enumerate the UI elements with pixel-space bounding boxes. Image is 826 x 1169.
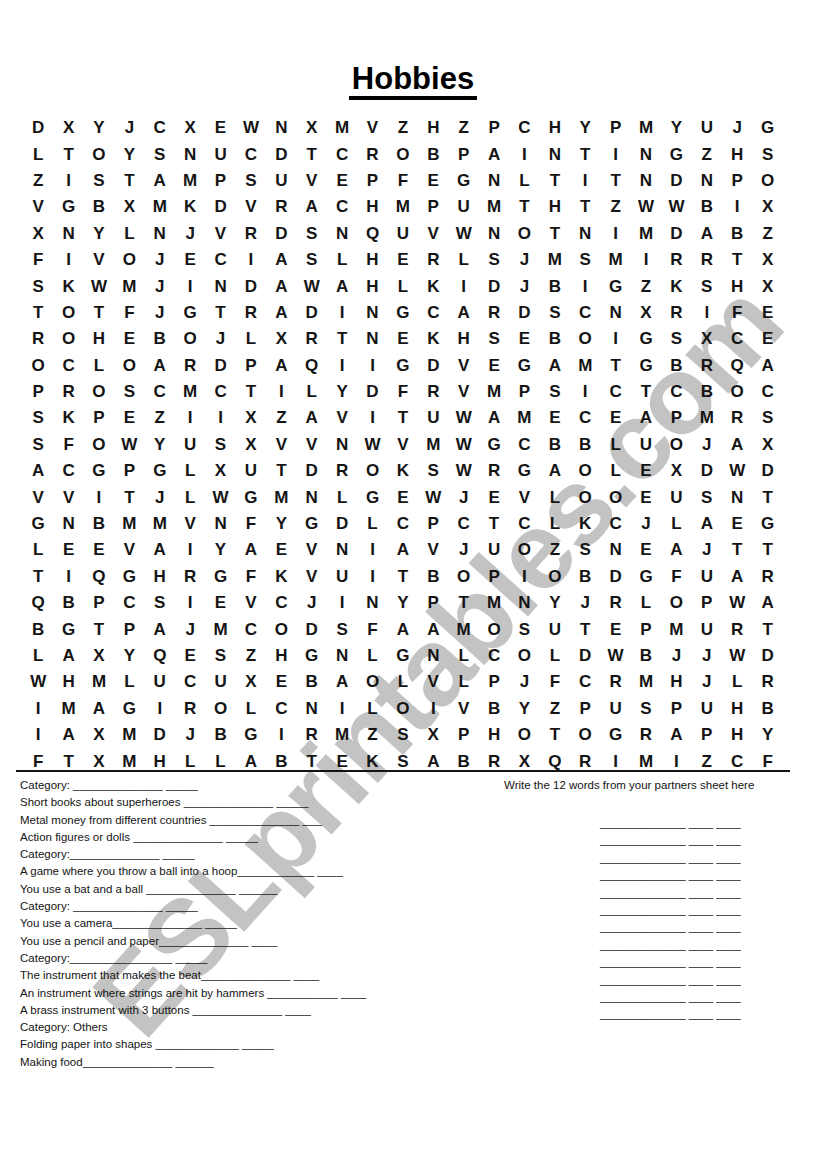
grid-cell: Z	[266, 405, 296, 431]
grid-cell: B	[145, 326, 175, 352]
grid-cell: M	[175, 379, 205, 405]
grid-cell: A	[53, 722, 83, 748]
grid-cell: E	[175, 643, 205, 669]
grid-cell: O	[570, 458, 600, 484]
grid-cell: A	[752, 353, 782, 379]
grid-cell: M	[509, 405, 539, 431]
grid-cell: E	[388, 247, 418, 273]
grid-cell: W	[448, 458, 478, 484]
grid-cell: J	[722, 115, 752, 141]
page-title: Hobbies	[349, 62, 477, 100]
grid-cell: G	[509, 353, 539, 379]
grid-cell: M	[631, 221, 661, 247]
grid-cell: R	[631, 722, 661, 748]
grid-cell: T	[570, 616, 600, 642]
grid-cell: C	[418, 300, 448, 326]
grid-cell: I	[418, 696, 448, 722]
grid-cell: L	[540, 484, 570, 510]
grid-cell: I	[600, 326, 630, 352]
grid-cell: A	[692, 221, 722, 247]
grid-cell: I	[722, 194, 752, 220]
grid-cell: Z	[631, 273, 661, 299]
grid-cell: J	[692, 432, 722, 458]
grid-cell: L	[388, 273, 418, 299]
grid-cell: Z	[752, 221, 782, 247]
grid-cell: Q	[722, 353, 752, 379]
grid-cell: C	[661, 379, 691, 405]
grid-cell: H	[357, 247, 387, 273]
grid-cell: O	[570, 484, 600, 510]
grid-cell: I	[357, 564, 387, 590]
grid-cell: S	[692, 484, 722, 510]
grid-cell: N	[266, 115, 296, 141]
grid-cell: I	[145, 696, 175, 722]
grid-cell: E	[509, 326, 539, 352]
grid-cell: I	[357, 537, 387, 563]
grid-cell: M	[145, 511, 175, 537]
clue-line: Folding paper into shapes _____________ …	[20, 1036, 366, 1053]
grid-cell: T	[540, 722, 570, 748]
grid-cell: G	[509, 458, 539, 484]
grid-cell: C	[236, 616, 266, 642]
grid-cell: L	[236, 326, 266, 352]
grid-cell: G	[297, 511, 327, 537]
grid-cell: P	[661, 696, 691, 722]
grid-cell: G	[114, 564, 144, 590]
grid-cell: V	[23, 194, 53, 220]
grid-cell: X	[692, 326, 722, 352]
grid-cell: I	[327, 696, 357, 722]
grid-cell: X	[752, 432, 782, 458]
grid-cell: L	[23, 643, 53, 669]
grid-cell: R	[722, 405, 752, 431]
grid-cell: G	[388, 353, 418, 379]
grid-cell: M	[327, 115, 357, 141]
grid-cell: X	[84, 722, 114, 748]
clue-line: A brass instrument with 3 buttons ______…	[20, 1002, 366, 1019]
grid-cell: Z	[448, 115, 478, 141]
grid-cell: S	[297, 221, 327, 247]
grid-cell: D	[570, 643, 600, 669]
grid-cell: G	[448, 168, 478, 194]
answer-blank-line: ______________ ____ ____	[600, 850, 741, 867]
grid-cell: B	[661, 353, 691, 379]
grid-cell: C	[266, 590, 296, 616]
grid-cell: H	[53, 669, 83, 695]
grid-cell: P	[236, 353, 266, 379]
grid-cell: M	[570, 353, 600, 379]
grid-cell: E	[600, 405, 630, 431]
grid-cell: V	[175, 511, 205, 537]
grid-cell: N	[540, 141, 570, 167]
grid-cell: K	[53, 405, 83, 431]
grid-cell: O	[53, 326, 83, 352]
grid-cell: B	[540, 432, 570, 458]
grid-cell: W	[631, 194, 661, 220]
grid-cell: Z	[145, 405, 175, 431]
grid-cell: N	[692, 168, 722, 194]
grid-cell: N	[145, 221, 175, 247]
grid-cell: Y	[540, 590, 570, 616]
grid-cell: S	[388, 722, 418, 748]
grid-cell: B	[418, 141, 448, 167]
grid-cell: E	[266, 537, 296, 563]
grid-cell: O	[388, 696, 418, 722]
grid-cell: M	[84, 669, 114, 695]
grid-cell: O	[448, 564, 478, 590]
grid-cell: I	[236, 247, 266, 273]
grid-cell: F	[388, 168, 418, 194]
grid-cell: X	[752, 273, 782, 299]
grid-cell: N	[297, 696, 327, 722]
grid-cell: S	[479, 326, 509, 352]
grid-cell: N	[327, 537, 357, 563]
grid-cell: U	[418, 405, 448, 431]
grid-cell: V	[357, 115, 387, 141]
grid-cell: F	[236, 564, 266, 590]
grid-cell: X	[418, 722, 448, 748]
grid-cell: I	[600, 141, 630, 167]
grid-cell: O	[752, 168, 782, 194]
grid-cell: I	[23, 722, 53, 748]
grid-cell: M	[145, 194, 175, 220]
grid-cell: P	[448, 722, 478, 748]
grid-cell: D	[509, 300, 539, 326]
grid-cell: P	[479, 564, 509, 590]
grid-cell: M	[418, 432, 448, 458]
grid-cell: I	[175, 590, 205, 616]
grid-cell: O	[722, 379, 752, 405]
grid-cell: M	[479, 194, 509, 220]
grid-cell: N	[357, 300, 387, 326]
grid-cell: R	[53, 379, 83, 405]
grid-cell: T	[114, 168, 144, 194]
grid-cell: T	[84, 300, 114, 326]
grid-cell: E	[418, 168, 448, 194]
grid-cell: B	[84, 511, 114, 537]
grid-cell: R	[479, 300, 509, 326]
grid-cell: J	[205, 326, 235, 352]
grid-cell: N	[631, 141, 661, 167]
grid-cell: D	[661, 221, 691, 247]
grid-cell: U	[631, 432, 661, 458]
grid-cell: T	[23, 300, 53, 326]
grid-cell: R	[722, 616, 752, 642]
grid-cell: N	[479, 221, 509, 247]
grid-cell: L	[509, 168, 539, 194]
grid-cell: U	[692, 696, 722, 722]
grid-cell: D	[479, 273, 509, 299]
grid-cell: F	[661, 564, 691, 590]
grid-cell: A	[752, 590, 782, 616]
grid-cell: X	[205, 458, 235, 484]
grid-cell: D	[205, 194, 235, 220]
grid-cell: L	[600, 458, 630, 484]
grid-cell: X	[23, 221, 53, 247]
grid-cell: W	[114, 432, 144, 458]
grid-cell: U	[145, 669, 175, 695]
grid-cell: P	[84, 590, 114, 616]
grid-cell: G	[114, 696, 144, 722]
grid-cell: G	[236, 722, 266, 748]
grid-cell: H	[540, 194, 570, 220]
grid-cell: E	[479, 484, 509, 510]
grid-cell: V	[297, 537, 327, 563]
grid-cell: V	[418, 669, 448, 695]
grid-cell: L	[327, 247, 357, 273]
grid-cell: M	[266, 484, 296, 510]
grid-cell: Y	[114, 141, 144, 167]
clue-line: Category: ______________ _____	[20, 777, 366, 794]
grid-cell: U	[388, 221, 418, 247]
grid-cell: R	[175, 696, 205, 722]
grid-cell: X	[53, 115, 83, 141]
grid-cell: N	[357, 326, 387, 352]
grid-cell: Y	[661, 115, 691, 141]
grid-cell: P	[23, 379, 53, 405]
grid-cell: I	[327, 353, 357, 379]
grid-cell: A	[53, 643, 83, 669]
grid-cell: E	[205, 115, 235, 141]
grid-cell: G	[600, 722, 630, 748]
grid-cell: U	[600, 696, 630, 722]
grid-cell: S	[631, 696, 661, 722]
grid-cell: I	[631, 247, 661, 273]
grid-cell: T	[236, 379, 266, 405]
clue-line: A game where you throw a ball into a hoo…	[20, 863, 366, 880]
grid-cell: B	[205, 722, 235, 748]
answer-blank-line: ______________ ____ ____	[600, 885, 741, 902]
grid-cell: C	[388, 511, 418, 537]
grid-cell: A	[145, 353, 175, 379]
grid-cell: W	[600, 643, 630, 669]
grid-cell: J	[114, 115, 144, 141]
grid-cell: Q	[84, 564, 114, 590]
grid-cell: P	[479, 115, 509, 141]
grid-cell: L	[23, 141, 53, 167]
grid-cell: P	[114, 616, 144, 642]
grid-cell: S	[114, 379, 144, 405]
grid-cell: G	[205, 564, 235, 590]
grid-cell: K	[570, 511, 600, 537]
grid-cell: H	[418, 115, 448, 141]
grid-cell: J	[448, 537, 478, 563]
grid-cell: C	[722, 326, 752, 352]
grid-cell: K	[53, 273, 83, 299]
grid-cell: F	[236, 511, 266, 537]
grid-cell: U	[266, 168, 296, 194]
grid-cell: A	[297, 405, 327, 431]
grid-cell: D	[297, 458, 327, 484]
grid-cell: O	[509, 537, 539, 563]
grid-cell: B	[84, 194, 114, 220]
grid-cell: E	[752, 300, 782, 326]
grid-cell: D	[145, 722, 175, 748]
grid-cell: L	[114, 221, 144, 247]
grid-cell: A	[145, 168, 175, 194]
grid-cell: S	[84, 168, 114, 194]
grid-cell: M	[631, 669, 661, 695]
grid-cell: Z	[236, 643, 266, 669]
grid-cell: D	[752, 643, 782, 669]
grid-cell: R	[266, 194, 296, 220]
grid-cell: N	[53, 221, 83, 247]
grid-cell: N	[327, 221, 357, 247]
grid-cell: N	[297, 484, 327, 510]
grid-cell: G	[388, 300, 418, 326]
grid-cell: C	[509, 511, 539, 537]
grid-cell: H	[661, 669, 691, 695]
grid-cell: T	[600, 353, 630, 379]
grid-cell: X	[84, 643, 114, 669]
grid-cell: D	[600, 564, 630, 590]
grid-cell: X	[114, 194, 144, 220]
grid-cell: R	[661, 247, 691, 273]
grid-cell: E	[479, 353, 509, 379]
answer-blank-line: ______________ ____ ____	[600, 1006, 741, 1023]
grid-cell: D	[266, 141, 296, 167]
grid-cell: A	[479, 141, 509, 167]
word-search-grid: DXYJCXEWNXMVZHZPCHYPMYUJGLTOYSNUCDTCROBP…	[23, 115, 783, 775]
grid-cell: B	[570, 432, 600, 458]
answer-blank-line: ______________ ____ ____	[600, 989, 741, 1006]
grid-cell: S	[509, 616, 539, 642]
grid-cell: B	[53, 590, 83, 616]
grid-cell: V	[388, 432, 418, 458]
grid-cell: C	[509, 115, 539, 141]
grid-cell: M	[175, 168, 205, 194]
grid-cell: J	[570, 590, 600, 616]
grid-cell: C	[570, 669, 600, 695]
grid-cell: R	[175, 564, 205, 590]
grid-cell: R	[297, 722, 327, 748]
grid-cell: X	[661, 458, 691, 484]
grid-cell: Q	[297, 353, 327, 379]
grid-cell: R	[752, 564, 782, 590]
grid-cell: A	[722, 564, 752, 590]
grid-cell: N	[600, 300, 630, 326]
grid-cell: O	[84, 141, 114, 167]
grid-cell: H	[357, 273, 387, 299]
grid-cell: E	[84, 537, 114, 563]
grid-cell: Y	[327, 379, 357, 405]
grid-cell: Q	[357, 221, 387, 247]
grid-cell: R	[600, 590, 630, 616]
grid-cell: V	[297, 564, 327, 590]
grid-cell: M	[114, 273, 144, 299]
grid-cell: O	[479, 616, 509, 642]
grid-cell: S	[752, 141, 782, 167]
clue-line: Category: ______________ _____	[20, 898, 366, 915]
grid-cell: B	[540, 326, 570, 352]
grid-cell: T	[722, 537, 752, 563]
grid-cell: R	[23, 326, 53, 352]
grid-cell: J	[692, 669, 722, 695]
grid-cell: F	[388, 379, 418, 405]
grid-cell: L	[357, 696, 387, 722]
grid-cell: D	[357, 379, 387, 405]
grid-cell: I	[175, 405, 205, 431]
grid-cell: V	[418, 221, 448, 247]
grid-cell: Y	[266, 511, 296, 537]
grid-cell: P	[722, 168, 752, 194]
grid-cell: I	[509, 141, 539, 167]
grid-cell: R	[692, 353, 722, 379]
grid-cell: G	[388, 643, 418, 669]
grid-cell: Z	[600, 194, 630, 220]
grid-cell: U	[448, 194, 478, 220]
grid-cell: H	[479, 722, 509, 748]
grid-cell: Z	[357, 722, 387, 748]
grid-cell: E	[114, 326, 144, 352]
grid-cell: O	[661, 432, 691, 458]
grid-cell: W	[448, 405, 478, 431]
grid-cell: I	[53, 168, 83, 194]
grid-cell: Y	[509, 696, 539, 722]
grid-cell: J	[448, 484, 478, 510]
grid-cell: I	[327, 300, 357, 326]
grid-cell: Y	[84, 115, 114, 141]
grid-cell: T	[540, 168, 570, 194]
grid-cell: D	[297, 616, 327, 642]
grid-cell: J	[145, 247, 175, 273]
grid-cell: S	[570, 537, 600, 563]
grid-cell: F	[722, 300, 752, 326]
grid-cell: H	[722, 722, 752, 748]
grid-cell: K	[175, 194, 205, 220]
grid-cell: T	[509, 194, 539, 220]
grid-cell: L	[388, 669, 418, 695]
grid-cell: O	[114, 247, 144, 273]
grid-cell: T	[114, 484, 144, 510]
grid-cell: U	[236, 458, 266, 484]
grid-cell: H	[540, 115, 570, 141]
grid-cell: B	[570, 564, 600, 590]
clue-line: Short books about superheroes __________…	[20, 794, 366, 811]
grid-cell: M	[388, 194, 418, 220]
grid-cell: D	[205, 353, 235, 379]
grid-cell: V	[448, 353, 478, 379]
grid-cell: V	[297, 432, 327, 458]
grid-cell: D	[23, 115, 53, 141]
grid-cell: Y	[145, 432, 175, 458]
grid-cell: G	[53, 616, 83, 642]
grid-cell: V	[297, 168, 327, 194]
grid-cell: J	[631, 511, 661, 537]
grid-cell: T	[448, 590, 478, 616]
grid-cell: X	[752, 194, 782, 220]
grid-cell: G	[23, 511, 53, 537]
grid-cell: X	[297, 115, 327, 141]
grid-cell: J	[297, 590, 327, 616]
grid-cell: Y	[752, 722, 782, 748]
grid-cell: P	[570, 696, 600, 722]
grid-cell: N	[175, 141, 205, 167]
grid-cell: D	[236, 273, 266, 299]
grid-cell: A	[23, 458, 53, 484]
grid-cell: O	[509, 643, 539, 669]
grid-cell: O	[357, 458, 387, 484]
grid-cell: L	[357, 643, 387, 669]
grid-cell: Z	[23, 168, 53, 194]
grid-cell: J	[692, 537, 722, 563]
grid-cell: H	[722, 141, 752, 167]
grid-cell: I	[53, 564, 83, 590]
answer-blank-line: ______________ ____ ____	[600, 972, 741, 989]
grid-cell: K	[266, 564, 296, 590]
grid-cell: W	[84, 273, 114, 299]
grid-cell: L	[236, 696, 266, 722]
